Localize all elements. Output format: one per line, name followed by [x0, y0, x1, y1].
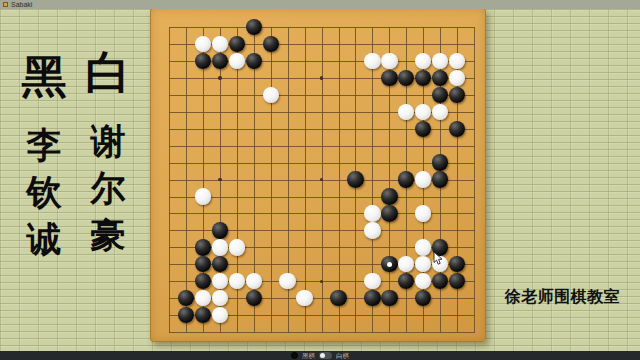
star-point [218, 178, 221, 181]
player-toggle[interactable] [319, 352, 332, 359]
grid-line [339, 27, 340, 333]
stone-white[interactable] [195, 188, 211, 204]
stone-black[interactable] [246, 19, 262, 35]
stone-white[interactable] [195, 290, 211, 306]
stone-white[interactable] [364, 53, 380, 69]
stone-black[interactable] [415, 70, 431, 86]
stone-white[interactable] [415, 205, 431, 221]
black-name-char-1: 李 [27, 121, 62, 168]
stone-black[interactable] [449, 273, 465, 289]
stone-white[interactable] [415, 239, 431, 255]
stone-white[interactable] [279, 273, 295, 289]
stone-black[interactable] [195, 53, 211, 69]
stone-white[interactable] [246, 273, 262, 289]
stone-black[interactable] [432, 154, 448, 170]
black-name-char-3: 诚 [27, 215, 62, 262]
stone-white[interactable] [212, 307, 228, 323]
stone-white[interactable] [364, 222, 380, 238]
window-title: Sabaki [11, 0, 32, 9]
stone-white[interactable] [212, 273, 228, 289]
stone-white[interactable] [415, 53, 431, 69]
stone-white[interactable] [415, 273, 431, 289]
stone-black[interactable] [432, 70, 448, 86]
stone-white[interactable] [415, 104, 431, 120]
grid-line [169, 197, 475, 198]
star-point [320, 178, 323, 181]
stone-black[interactable] [195, 239, 211, 255]
stone-white[interactable] [398, 104, 414, 120]
star-point [320, 76, 323, 79]
stone-black[interactable] [195, 273, 211, 289]
white-player-label: 白棋 [336, 351, 349, 360]
stone-white[interactable] [364, 273, 380, 289]
stone-black[interactable] [381, 290, 397, 306]
stone-white[interactable] [296, 290, 312, 306]
stone-black[interactable] [330, 290, 346, 306]
stone-white[interactable] [381, 53, 397, 69]
stone-white[interactable] [212, 290, 228, 306]
stone-white[interactable] [195, 36, 211, 52]
black-color-label: 黑 [22, 52, 67, 102]
stone-black[interactable] [381, 188, 397, 204]
stone-black[interactable] [449, 121, 465, 137]
stone-black[interactable] [398, 70, 414, 86]
stone-white[interactable] [449, 70, 465, 86]
stone-white[interactable] [229, 239, 245, 255]
black-player-column: 黑 李 钦 诚 [16, 52, 72, 262]
stone-black[interactable] [246, 290, 262, 306]
stone-black[interactable] [398, 273, 414, 289]
stone-black[interactable] [432, 273, 448, 289]
stone-black[interactable] [195, 256, 211, 272]
stone-black[interactable] [381, 70, 397, 86]
stone-black[interactable] [263, 36, 279, 52]
stone-black[interactable] [212, 222, 228, 238]
stone-black[interactable] [229, 36, 245, 52]
stone-white[interactable] [212, 239, 228, 255]
stone-white[interactable] [229, 53, 245, 69]
toggle-knob [320, 353, 325, 358]
classroom-watermark: 徐老师围棋教室 [505, 287, 620, 308]
stone-black[interactable] [246, 53, 262, 69]
stone-black[interactable] [364, 290, 380, 306]
stone-white[interactable] [364, 205, 380, 221]
stone-white[interactable] [398, 256, 414, 272]
sabaki-app-icon [3, 2, 8, 7]
stone-black[interactable] [381, 205, 397, 221]
stone-white[interactable] [212, 36, 228, 52]
black-name-char-2: 钦 [27, 168, 62, 215]
stone-black[interactable] [195, 307, 211, 323]
go-board[interactable] [150, 8, 486, 342]
star-point [320, 280, 323, 283]
stone-black[interactable] [415, 121, 431, 137]
mouse-cursor [433, 251, 444, 266]
white-player-column: 白 谢 尔 豪 [80, 48, 136, 258]
white-name-char-1: 谢 [91, 117, 126, 164]
last-move-marker [387, 262, 393, 268]
white-name-char-3: 豪 [91, 211, 126, 258]
stone-black[interactable] [432, 87, 448, 103]
grid-line [169, 332, 475, 333]
stone-white[interactable] [229, 273, 245, 289]
stone-black[interactable] [432, 171, 448, 187]
stone-black-lastmove[interactable] [381, 256, 397, 272]
stone-black[interactable] [415, 290, 431, 306]
stone-black[interactable] [212, 53, 228, 69]
stone-white[interactable] [415, 171, 431, 187]
title-bar: Sabaki [0, 0, 640, 9]
bottom-bar: 黑棋 白棋 [0, 351, 640, 360]
stone-white[interactable] [263, 87, 279, 103]
stone-white[interactable] [415, 256, 431, 272]
black-stone-icon [291, 352, 298, 359]
stone-black[interactable] [449, 87, 465, 103]
stone-black[interactable] [178, 307, 194, 323]
stone-white[interactable] [449, 53, 465, 69]
stone-white[interactable] [432, 53, 448, 69]
stone-black[interactable] [449, 256, 465, 272]
white-name-char-2: 尔 [91, 164, 126, 211]
stone-black[interactable] [212, 256, 228, 272]
grid-line [474, 27, 475, 333]
black-player-label: 黑棋 [302, 351, 315, 360]
stone-black[interactable] [347, 171, 363, 187]
stone-white[interactable] [432, 104, 448, 120]
stone-black[interactable] [398, 171, 414, 187]
white-color-label: 白 [86, 48, 131, 98]
star-point [218, 76, 221, 79]
stone-black[interactable] [178, 290, 194, 306]
